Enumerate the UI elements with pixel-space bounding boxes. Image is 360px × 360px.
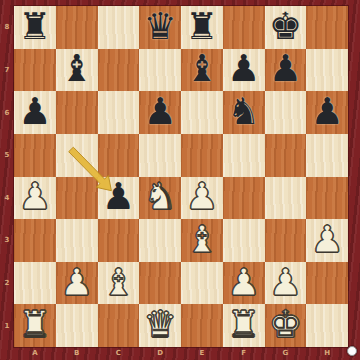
piece-black-pawn[interactable]: ♟ [18, 93, 51, 130]
piece-black-bishop[interactable]: ♝ [185, 50, 218, 87]
rank-coordinates: 87654321 [0, 6, 14, 347]
piece-black-bishop[interactable]: ♝ [60, 50, 93, 87]
rank-label-1: 1 [0, 304, 14, 347]
square-e4[interactable]: ♟ [181, 177, 223, 220]
square-f4[interactable] [223, 177, 265, 220]
square-e1[interactable] [181, 304, 223, 347]
file-label-e: E [181, 347, 223, 360]
square-f3[interactable] [223, 219, 265, 262]
square-c1[interactable] [98, 304, 140, 347]
square-g2[interactable]: ♟ [265, 262, 307, 305]
square-f5[interactable] [223, 134, 265, 177]
square-c3[interactable] [98, 219, 140, 262]
square-a1[interactable]: ♜ [14, 304, 56, 347]
square-f2[interactable]: ♟ [223, 262, 265, 305]
square-c8[interactable] [98, 6, 140, 49]
square-a3[interactable] [14, 219, 56, 262]
square-h5[interactable] [306, 134, 348, 177]
square-b6[interactable] [56, 91, 98, 134]
piece-black-knight[interactable]: ♞ [227, 93, 260, 130]
piece-white-knight[interactable]: ♞ [144, 178, 177, 215]
square-h2[interactable] [306, 262, 348, 305]
square-c2[interactable]: ♝ [98, 262, 140, 305]
piece-black-pawn[interactable]: ♟ [227, 50, 260, 87]
piece-black-pawn[interactable]: ♟ [311, 93, 344, 130]
square-d2[interactable] [139, 262, 181, 305]
piece-white-pawn[interactable]: ♟ [18, 178, 51, 215]
file-label-f: F [223, 347, 265, 360]
piece-white-king[interactable]: ♚ [269, 306, 302, 343]
square-f1[interactable]: ♜ [223, 304, 265, 347]
piece-black-pawn[interactable]: ♟ [102, 178, 135, 215]
square-h6[interactable]: ♟ [306, 91, 348, 134]
white-to-move-indicator [347, 346, 357, 356]
square-d4[interactable]: ♞ [139, 177, 181, 220]
square-d5[interactable] [139, 134, 181, 177]
square-b2[interactable]: ♟ [56, 262, 98, 305]
rank-label-8: 8 [0, 6, 14, 49]
square-e8[interactable]: ♜ [181, 6, 223, 49]
square-a6[interactable]: ♟ [14, 91, 56, 134]
square-g7[interactable]: ♟ [265, 49, 307, 92]
square-b5[interactable] [56, 134, 98, 177]
square-a8[interactable]: ♜ [14, 6, 56, 49]
square-c7[interactable] [98, 49, 140, 92]
rank-label-3: 3 [0, 219, 14, 262]
piece-white-pawn[interactable]: ♟ [227, 264, 260, 301]
chess-board: ♜♛♜♚♝♝♟♟♟♟♞♟♟♟♞♟♝♟♟♝♟♟♜♛♜♚ [14, 6, 348, 347]
square-c4[interactable]: ♟ [98, 177, 140, 220]
piece-white-pawn[interactable]: ♟ [311, 221, 344, 258]
square-b7[interactable]: ♝ [56, 49, 98, 92]
square-h1[interactable] [306, 304, 348, 347]
piece-black-rook[interactable]: ♜ [18, 8, 51, 45]
rank-label-5: 5 [0, 134, 14, 177]
square-a7[interactable] [14, 49, 56, 92]
square-e3[interactable]: ♝ [181, 219, 223, 262]
file-coordinates: ABCDEFGH [14, 347, 348, 360]
square-b1[interactable] [56, 304, 98, 347]
square-c5[interactable] [98, 134, 140, 177]
square-b3[interactable] [56, 219, 98, 262]
piece-white-rook[interactable]: ♜ [227, 306, 260, 343]
piece-white-rook[interactable]: ♜ [18, 306, 51, 343]
square-g1[interactable]: ♚ [265, 304, 307, 347]
square-g6[interactable] [265, 91, 307, 134]
file-label-c: C [98, 347, 140, 360]
square-h8[interactable] [306, 6, 348, 49]
rank-label-4: 4 [0, 177, 14, 220]
square-d8[interactable]: ♛ [139, 6, 181, 49]
file-label-g: G [265, 347, 307, 360]
chess-diagram: ♜♛♜♚♝♝♟♟♟♟♞♟♟♟♞♟♝♟♟♝♟♟♜♛♜♚ 87654321 ABCD… [0, 0, 360, 360]
square-a5[interactable] [14, 134, 56, 177]
rank-label-7: 7 [0, 49, 14, 92]
square-e7[interactable]: ♝ [181, 49, 223, 92]
file-label-d: D [139, 347, 181, 360]
square-c6[interactable] [98, 91, 140, 134]
square-g3[interactable] [265, 219, 307, 262]
square-d1[interactable]: ♛ [139, 304, 181, 347]
piece-white-queen[interactable]: ♛ [144, 306, 177, 343]
square-d7[interactable] [139, 49, 181, 92]
piece-black-queen[interactable]: ♛ [144, 8, 177, 45]
square-h3[interactable]: ♟ [306, 219, 348, 262]
square-f6[interactable]: ♞ [223, 91, 265, 134]
square-b8[interactable] [56, 6, 98, 49]
rank-label-2: 2 [0, 262, 14, 305]
piece-black-king[interactable]: ♚ [269, 8, 302, 45]
piece-white-pawn[interactable]: ♟ [60, 264, 93, 301]
square-e2[interactable] [181, 262, 223, 305]
square-g5[interactable] [265, 134, 307, 177]
square-a4[interactable]: ♟ [14, 177, 56, 220]
file-label-b: B [56, 347, 98, 360]
square-g4[interactable] [265, 177, 307, 220]
square-a2[interactable] [14, 262, 56, 305]
piece-white-bishop[interactable]: ♝ [185, 221, 218, 258]
square-e5[interactable] [181, 134, 223, 177]
square-f7[interactable]: ♟ [223, 49, 265, 92]
square-h7[interactable] [306, 49, 348, 92]
square-d3[interactable] [139, 219, 181, 262]
rank-label-6: 6 [0, 91, 14, 134]
square-d6[interactable]: ♟ [139, 91, 181, 134]
square-e6[interactable] [181, 91, 223, 134]
piece-white-pawn[interactable]: ♟ [269, 264, 302, 301]
square-b4[interactable] [56, 177, 98, 220]
piece-white-pawn[interactable]: ♟ [185, 178, 218, 215]
piece-white-bishop[interactable]: ♝ [102, 264, 135, 301]
square-g8[interactable]: ♚ [265, 6, 307, 49]
file-label-a: A [14, 347, 56, 360]
square-h4[interactable] [306, 177, 348, 220]
piece-black-pawn[interactable]: ♟ [269, 50, 302, 87]
piece-black-pawn[interactable]: ♟ [144, 93, 177, 130]
piece-black-rook[interactable]: ♜ [185, 8, 218, 45]
square-f8[interactable] [223, 6, 265, 49]
file-label-h: H [306, 347, 348, 360]
